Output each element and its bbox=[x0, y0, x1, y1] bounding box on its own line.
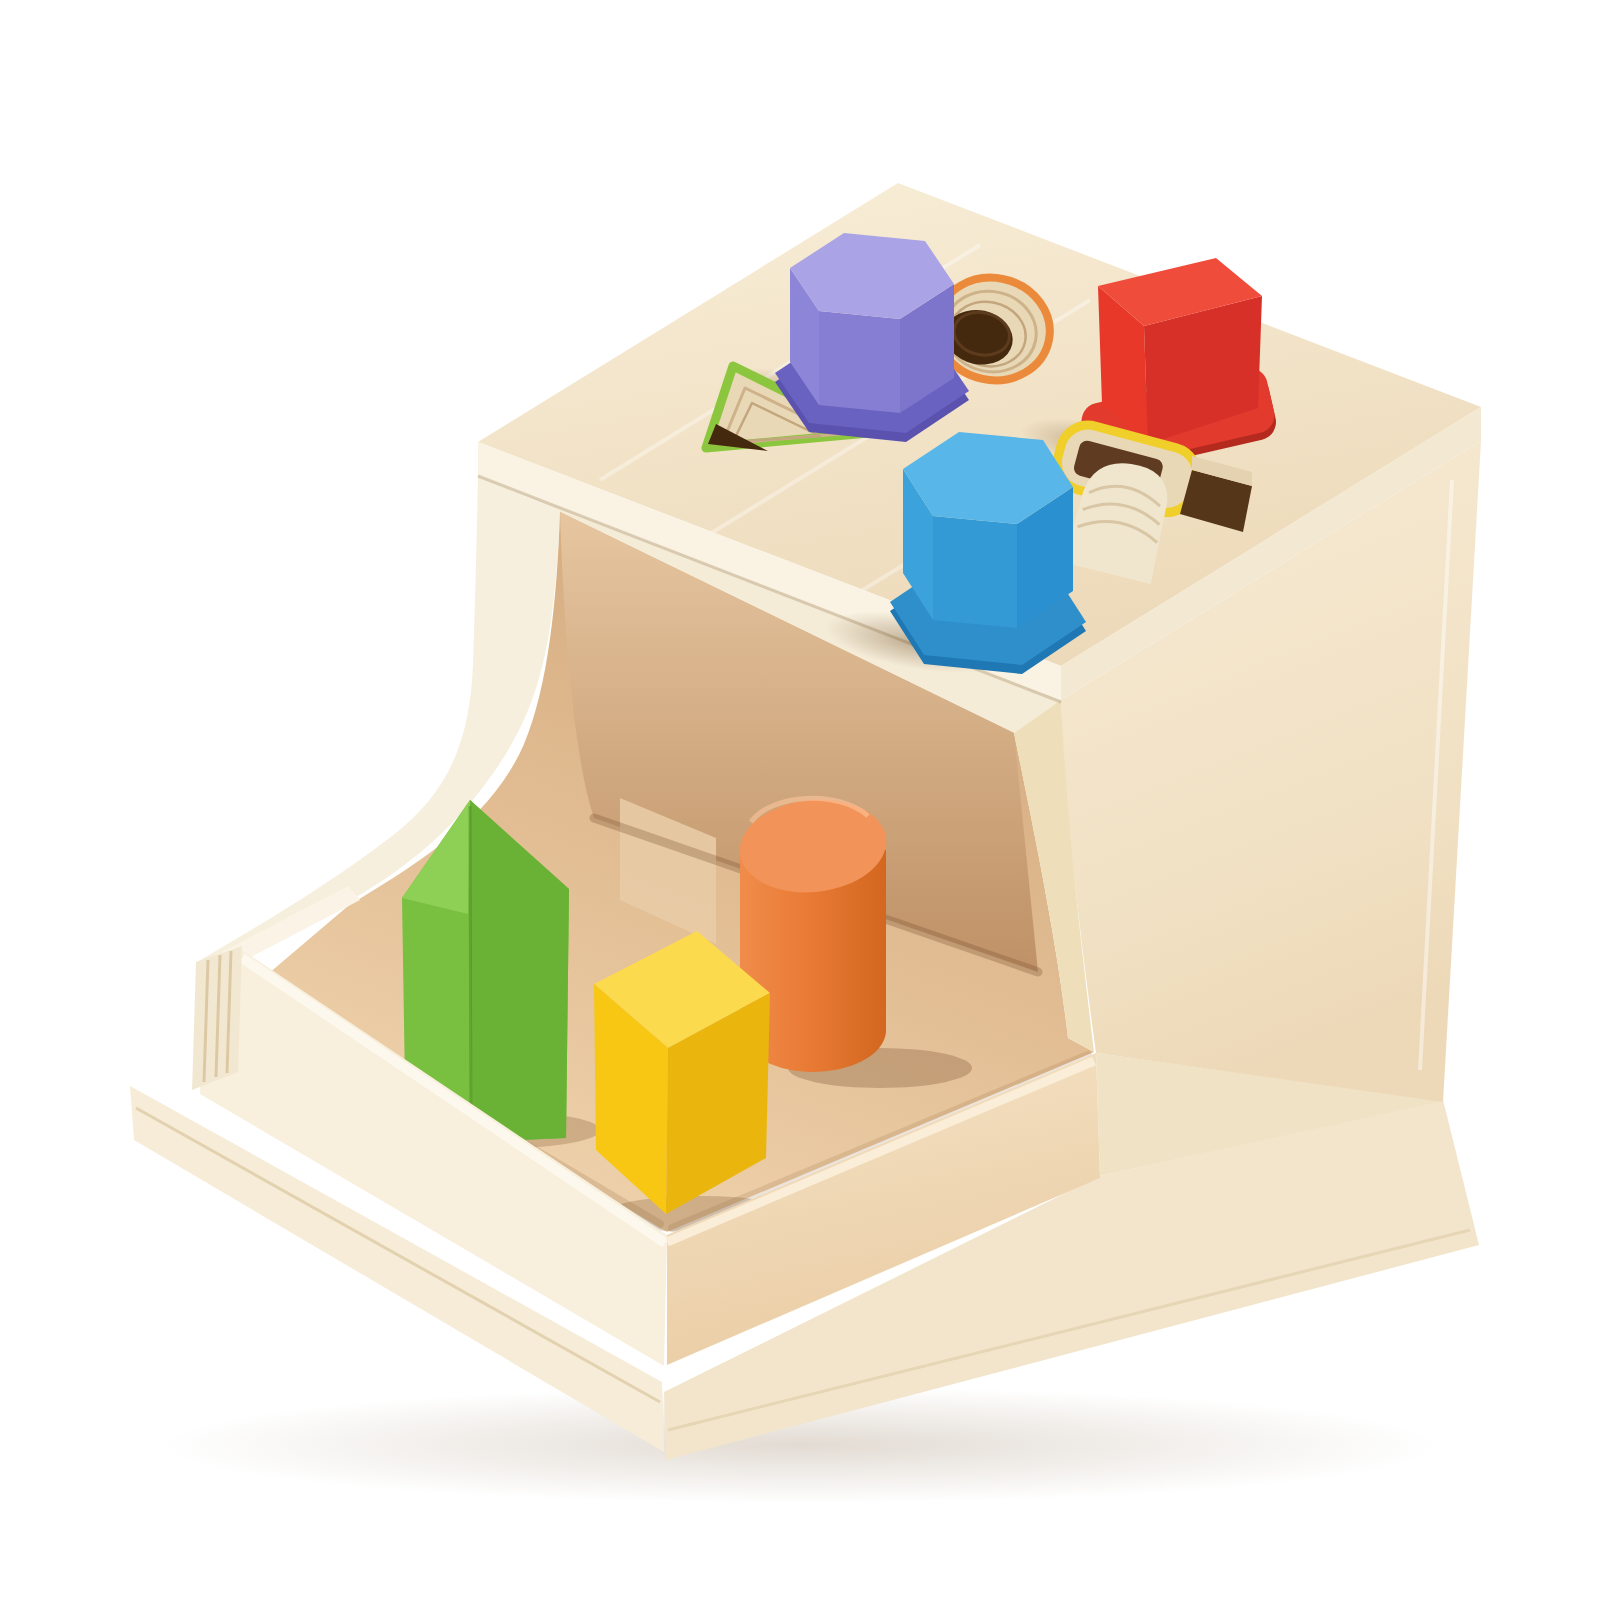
purple-peg-front-face bbox=[819, 311, 900, 413]
shape-sorter-box-illustration bbox=[0, 0, 1600, 1600]
blue-peg-front-face bbox=[933, 516, 1017, 628]
purple-hexagon-peg bbox=[775, 233, 969, 442]
blue-hexagon-peg bbox=[890, 432, 1086, 674]
product-photo-stage bbox=[0, 0, 1600, 1600]
green-prism-edge bbox=[470, 806, 471, 1140]
